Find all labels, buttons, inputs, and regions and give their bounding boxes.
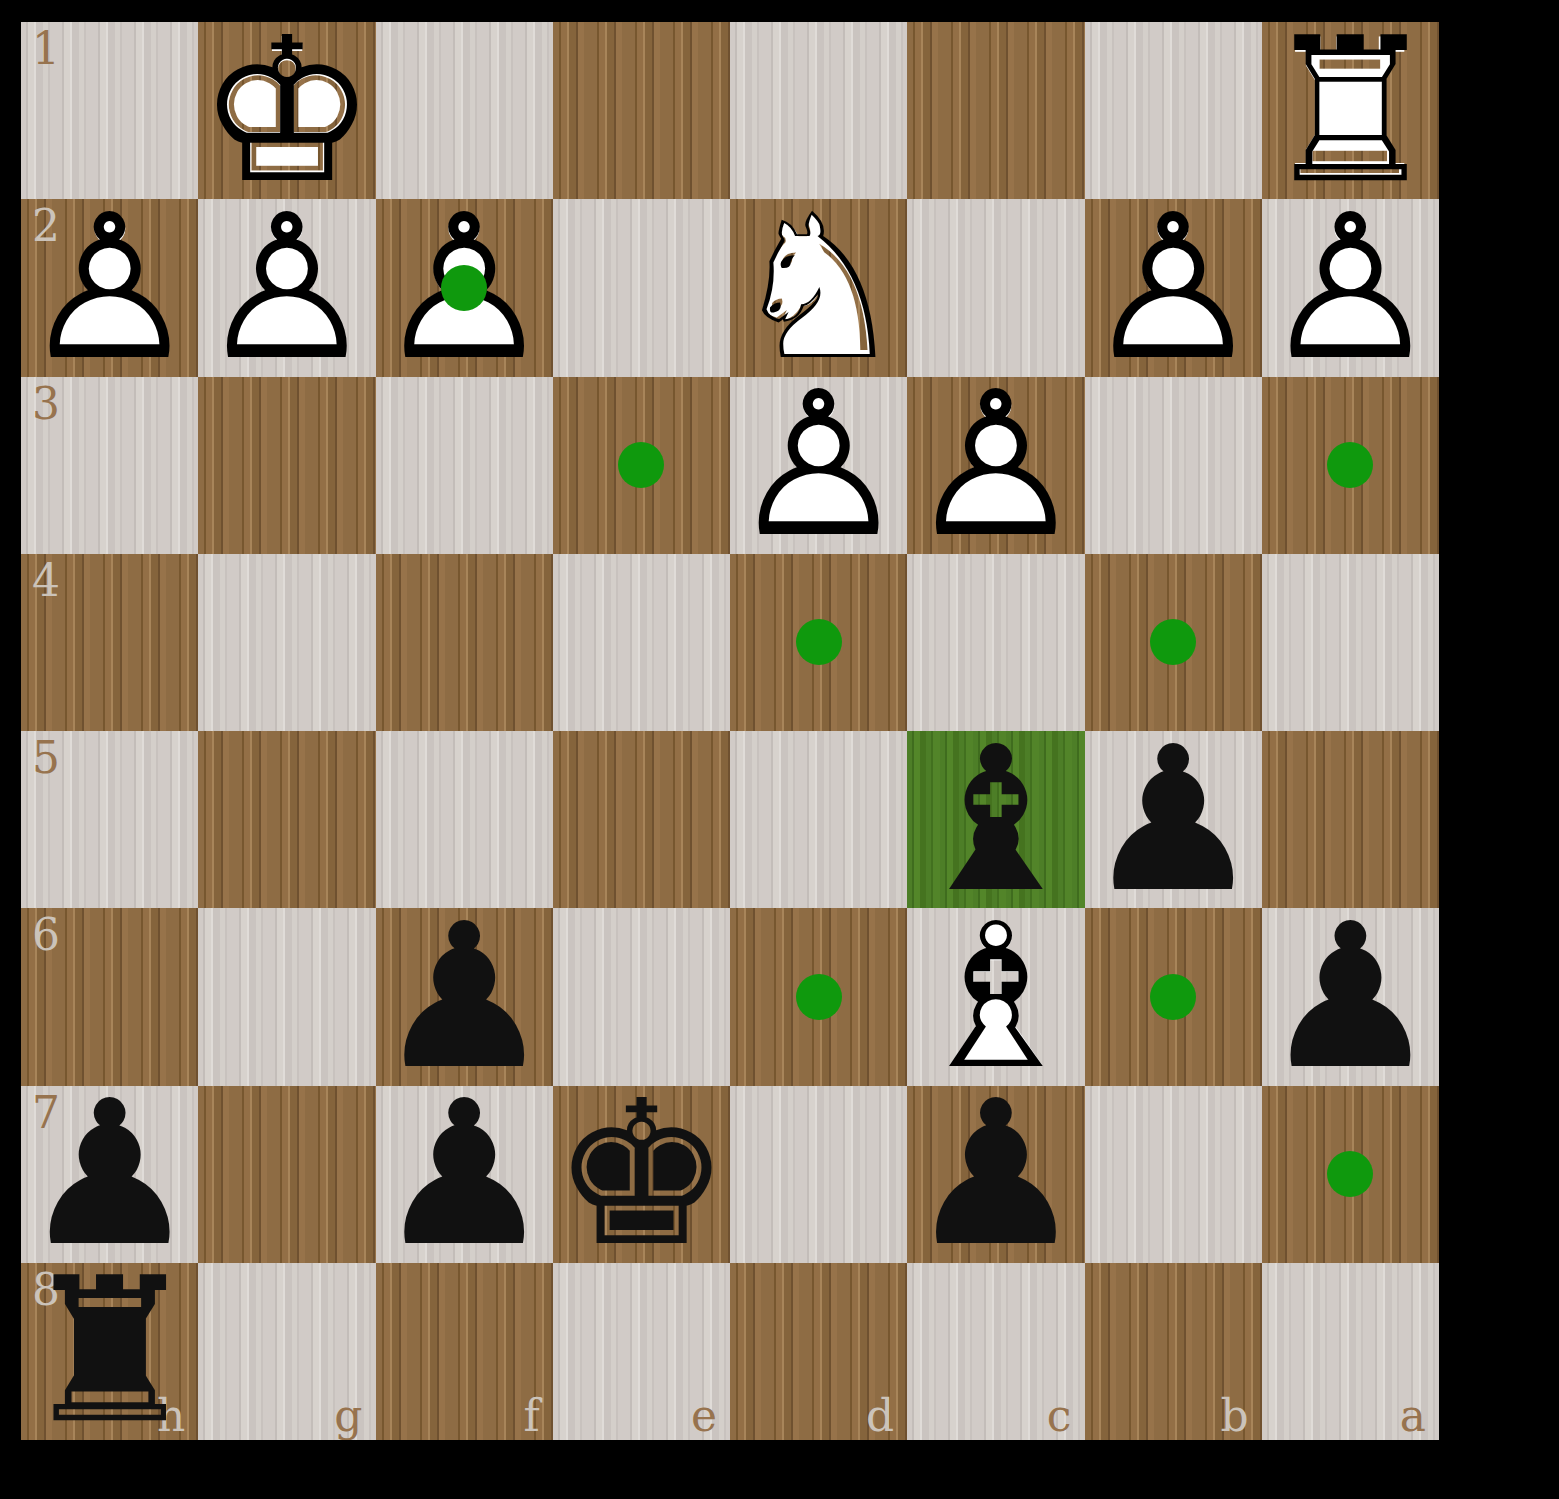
square-e4[interactable] [553,554,730,731]
square-g1[interactable]: ♚♔ [198,22,375,199]
capture-move-dot[interactable] [441,265,487,311]
rank-label-6: 6 [32,913,60,957]
legal-move-dot[interactable] [618,442,664,488]
rank-label-3: 3 [32,382,60,426]
white-pawn[interactable]: ♟♙ [730,377,907,554]
square-e7[interactable]: ♚ [553,1086,730,1263]
file-label-d: d [866,1394,894,1438]
square-c4[interactable] [907,554,1084,731]
black-rook[interactable]: ♜ [21,1263,198,1440]
white-pawn-outline: ♙ [198,199,375,376]
black-king[interactable]: ♚ [553,1086,730,1263]
square-h7[interactable]: 7♟ [21,1086,198,1263]
black-pawn-glyph: ♟ [376,1086,553,1263]
square-f8[interactable]: f [376,1263,553,1440]
square-c7[interactable]: ♟ [907,1086,1084,1263]
white-bishop-outline: ♗ [907,908,1084,1085]
legal-move-dot[interactable] [1327,442,1373,488]
square-f6[interactable]: ♟ [376,908,553,1085]
white-knight[interactable]: ♞♘ [730,199,907,376]
white-pawn[interactable]: ♟♙ [1262,199,1439,376]
square-b4[interactable] [1085,554,1262,731]
black-pawn-glyph: ♟ [1085,731,1262,908]
square-d7[interactable] [730,1086,907,1263]
square-f2[interactable]: ♟♙ [376,199,553,376]
file-label-f: f [523,1394,539,1438]
legal-move-dot[interactable] [1150,619,1196,665]
white-king[interactable]: ♚♔ [198,22,375,199]
square-c8[interactable]: c [907,1263,1084,1440]
square-a6[interactable]: ♟ [1262,908,1439,1085]
white-pawn[interactable]: ♟♙ [907,377,1084,554]
legal-move-dot[interactable] [796,619,842,665]
square-g2[interactable]: ♟♙ [198,199,375,376]
square-d6[interactable] [730,908,907,1085]
white-bishop[interactable]: ♝♗ [907,908,1084,1085]
black-pawn[interactable]: ♟ [376,1086,553,1263]
square-g6[interactable] [198,908,375,1085]
square-a7[interactable] [1262,1086,1439,1263]
black-pawn-glyph: ♟ [21,1086,198,1263]
square-b5[interactable]: ♟ [1085,731,1262,908]
square-g5[interactable] [198,731,375,908]
square-d5[interactable] [730,731,907,908]
square-d4[interactable] [730,554,907,731]
black-pawn-glyph: ♟ [376,908,553,1085]
square-f5[interactable] [376,731,553,908]
square-d2[interactable]: ♞♘ [730,199,907,376]
white-pawn-outline: ♙ [907,377,1084,554]
square-g3[interactable] [198,377,375,554]
black-pawn[interactable]: ♟ [1262,908,1439,1085]
rank-label-1: 1 [32,27,60,71]
rank-label-5: 5 [32,736,60,780]
square-c3[interactable]: ♟♙ [907,377,1084,554]
square-c6[interactable]: ♝♗ [907,908,1084,1085]
legal-move-dot[interactable] [796,974,842,1020]
square-f4[interactable] [376,554,553,731]
white-pawn-outline: ♙ [1262,199,1439,376]
white-pawn[interactable]: ♟♙ [1085,199,1262,376]
black-pawn-glyph: ♟ [907,1086,1084,1263]
square-c1[interactable] [907,22,1084,199]
white-pawn[interactable]: ♟♙ [198,199,375,376]
square-a1[interactable]: ♜♖ [1262,22,1439,199]
chess-board: 1♚♔♜♖2♟♙♟♙♟♙♞♘♟♙♟♙3♟♙♟♙45♝♟6♟♝♗♟7♟♟♚♟8h♜… [21,22,1439,1440]
square-g8[interactable]: g [198,1263,375,1440]
square-h5[interactable]: 5 [21,731,198,908]
white-rook-outline: ♖ [1262,22,1439,199]
square-a4[interactable] [1262,554,1439,731]
rank-label-4: 4 [32,559,60,603]
file-label-e: e [691,1394,717,1438]
file-label-a: a [1400,1394,1426,1438]
white-knight-outline: ♘ [730,199,907,376]
square-a5[interactable] [1262,731,1439,908]
square-b2[interactable]: ♟♙ [1085,199,1262,376]
square-e2[interactable] [553,199,730,376]
square-e5[interactable] [553,731,730,908]
black-bishop[interactable]: ♝ [907,731,1084,908]
square-g4[interactable] [198,554,375,731]
square-a8[interactable]: a [1262,1263,1439,1440]
black-rook-glyph: ♜ [21,1263,198,1440]
square-d3[interactable]: ♟♙ [730,377,907,554]
white-rook[interactable]: ♜♖ [1262,22,1439,199]
square-d8[interactable]: d [730,1263,907,1440]
file-label-c: c [1047,1394,1072,1438]
square-b6[interactable] [1085,908,1262,1085]
black-pawn[interactable]: ♟ [1085,731,1262,908]
legal-move-dot[interactable] [1150,974,1196,1020]
square-g7[interactable] [198,1086,375,1263]
square-b8[interactable]: b [1085,1263,1262,1440]
square-h8[interactable]: 8h♜ [21,1263,198,1440]
app-background: { "game": "chess", "position": { "fen": … [0,0,1559,1499]
square-f7[interactable]: ♟ [376,1086,553,1263]
file-label-g: g [334,1394,362,1438]
square-h6[interactable]: 6 [21,908,198,1085]
file-label-b: b [1221,1394,1249,1438]
white-pawn[interactable]: ♟♙ [21,199,198,376]
square-f3[interactable] [376,377,553,554]
square-b1[interactable] [1085,22,1262,199]
legal-move-dot[interactable] [1327,1151,1373,1197]
black-pawn-glyph: ♟ [1262,908,1439,1085]
square-e3[interactable] [553,377,730,554]
square-d1[interactable] [730,22,907,199]
square-a3[interactable] [1262,377,1439,554]
square-a2[interactable]: ♟♙ [1262,199,1439,376]
square-e8[interactable]: e [553,1263,730,1440]
square-h3[interactable]: 3 [21,377,198,554]
square-b7[interactable] [1085,1086,1262,1263]
square-h2[interactable]: 2♟♙ [21,199,198,376]
white-pawn-outline: ♙ [730,377,907,554]
square-c2[interactable] [907,199,1084,376]
square-c5[interactable]: ♝ [907,731,1084,908]
square-h1[interactable]: 1 [21,22,198,199]
square-b3[interactable] [1085,377,1262,554]
white-pawn-outline: ♙ [1085,199,1262,376]
black-pawn[interactable]: ♟ [376,908,553,1085]
square-h4[interactable]: 4 [21,554,198,731]
square-e1[interactable] [553,22,730,199]
square-f1[interactable] [376,22,553,199]
white-pawn-outline: ♙ [21,199,198,376]
black-pawn[interactable]: ♟ [21,1086,198,1263]
white-king-outline: ♔ [198,22,375,199]
black-bishop-glyph: ♝ [907,731,1084,908]
black-pawn[interactable]: ♟ [907,1086,1084,1263]
black-king-glyph: ♚ [553,1086,730,1263]
square-e6[interactable] [553,908,730,1085]
